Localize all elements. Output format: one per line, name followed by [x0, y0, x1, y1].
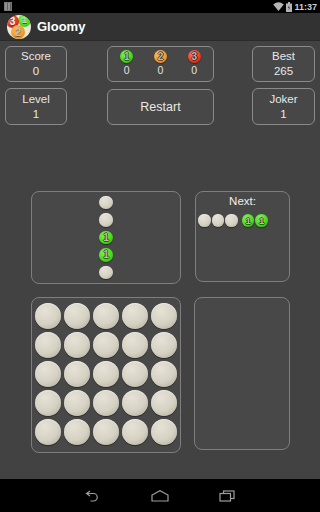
- next-piece: [225, 214, 238, 227]
- tray-cell[interactable]: [63, 389, 92, 418]
- tray-disc: [35, 419, 61, 445]
- tray-cell[interactable]: [92, 330, 121, 359]
- tray-disc: [122, 419, 148, 445]
- joker-box: Joker 1: [252, 88, 315, 125]
- gloomy-app-icon: 1 3 2: [7, 15, 31, 39]
- tray-disc: [93, 303, 119, 329]
- tray-disc: [93, 419, 119, 445]
- tray-cell[interactable]: [149, 359, 178, 388]
- counter-orange-count: 0: [158, 63, 164, 77]
- tray-disc: [122, 361, 148, 387]
- green-disc-icon: 1: [120, 50, 133, 63]
- tray-cell[interactable]: [34, 389, 63, 418]
- tray-cell[interactable]: [120, 330, 149, 359]
- tray-cell[interactable]: [92, 389, 121, 418]
- tray-disc: [151, 303, 177, 329]
- tray-cell[interactable]: [92, 418, 121, 447]
- score-value: 0: [33, 64, 39, 79]
- tray-disc: [35, 332, 61, 358]
- app-title: Gloomy: [37, 19, 85, 34]
- board-cell: 1: [99, 248, 113, 262]
- next-piece: 1: [242, 214, 255, 227]
- tray-disc: [35, 303, 61, 329]
- level-value: 1: [33, 107, 39, 122]
- best-value: 265: [274, 64, 293, 79]
- game-board-panel[interactable]: 11: [31, 191, 181, 284]
- tray-cell[interactable]: [92, 301, 121, 330]
- tray-cell[interactable]: [34, 330, 63, 359]
- tray-cell[interactable]: [63, 330, 92, 359]
- tray-disc: [64, 390, 90, 416]
- board-cell: [99, 266, 113, 280]
- tray-cell[interactable]: [34, 418, 63, 447]
- tray-disc: [35, 361, 61, 387]
- tray-cell[interactable]: [149, 330, 178, 359]
- best-label: Best: [272, 49, 295, 64]
- app-icon-orange-disc: 2: [11, 25, 25, 39]
- tray-disc: [151, 332, 177, 358]
- counter-green: 1 0: [112, 50, 142, 77]
- tray-cell[interactable]: [120, 301, 149, 330]
- tray-disc: [64, 332, 90, 358]
- score-label: Score: [21, 49, 51, 64]
- counter-red: 3 0: [179, 50, 209, 77]
- tray-cell[interactable]: [63, 359, 92, 388]
- tray-cell[interactable]: [34, 359, 63, 388]
- next-queue: 11: [196, 214, 289, 227]
- level-label: Level: [22, 92, 50, 107]
- tray-disc: [122, 332, 148, 358]
- disc-counters-box: 1 0 2 0 3 0: [107, 46, 214, 82]
- next-piece: 1: [255, 214, 268, 227]
- android-status-bar: 11:37: [0, 0, 320, 13]
- board-cell: [99, 196, 113, 210]
- recent-apps-icon[interactable]: [219, 490, 235, 502]
- tray-disc: [93, 390, 119, 416]
- tray-cell[interactable]: [149, 301, 178, 330]
- battery-icon: [286, 2, 292, 12]
- tray-disc: [93, 332, 119, 358]
- spare-panel: [194, 297, 290, 450]
- next-panel: Next: 11: [195, 191, 290, 282]
- tray-cell[interactable]: [63, 301, 92, 330]
- tray-disc: [93, 361, 119, 387]
- wifi-icon: [273, 2, 284, 11]
- clock: 11:37: [294, 2, 317, 12]
- tray-cell[interactable]: [120, 359, 149, 388]
- tray-disc: [64, 303, 90, 329]
- joker-value: 1: [280, 107, 286, 122]
- tray-disc: [64, 419, 90, 445]
- android-nav-bar: [0, 479, 320, 512]
- tray-cell[interactable]: [149, 389, 178, 418]
- tray-disc: [122, 390, 148, 416]
- disc-tray-grid: [31, 297, 181, 453]
- tray-disc: [151, 419, 177, 445]
- counter-red-count: 0: [191, 63, 197, 77]
- next-piece: [212, 214, 225, 227]
- best-box: Best 265: [252, 46, 315, 82]
- board-cell: 1: [99, 231, 113, 245]
- screenshot-notification-icon: [4, 2, 12, 11]
- counter-green-count: 0: [124, 63, 130, 77]
- tray-cell[interactable]: [63, 418, 92, 447]
- counter-orange: 2 0: [146, 50, 176, 77]
- tray-disc: [151, 390, 177, 416]
- next-label: Next:: [196, 195, 289, 207]
- orange-disc-icon: 2: [154, 50, 167, 63]
- tray-cell[interactable]: [149, 418, 178, 447]
- next-piece: [198, 214, 211, 227]
- tray-cell[interactable]: [92, 359, 121, 388]
- joker-label: Joker: [269, 92, 297, 107]
- tray-disc: [35, 390, 61, 416]
- tray-disc: [64, 361, 90, 387]
- tray-disc: [122, 303, 148, 329]
- board-cell: [99, 213, 113, 227]
- red-disc-icon: 3: [188, 50, 201, 63]
- back-icon[interactable]: [84, 490, 100, 502]
- restart-button[interactable]: Restart: [107, 89, 214, 125]
- level-box: Level 1: [5, 88, 67, 125]
- tray-cell[interactable]: [34, 301, 63, 330]
- app-bar: 1 3 2 Gloomy: [0, 13, 320, 41]
- score-box: Score 0: [5, 46, 67, 82]
- home-icon[interactable]: [151, 490, 170, 502]
- gloomy-game-screen: 11:37 1 3 2 Gloomy Score 0 Level 1 1 0 2…: [0, 0, 320, 512]
- tray-disc: [151, 361, 177, 387]
- tray-cell[interactable]: [120, 418, 149, 447]
- tray-cell[interactable]: [120, 389, 149, 418]
